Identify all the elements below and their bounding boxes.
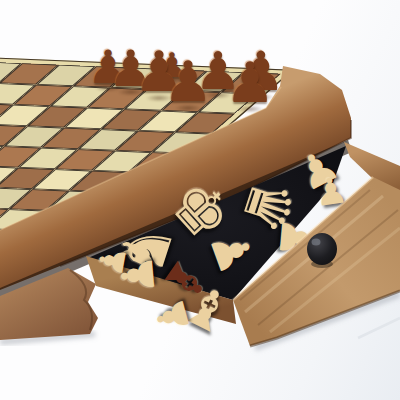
drawer-front-group (0, 0, 400, 400)
chess-box-photo: ♟♟♟♟♟♟♟♟ (0, 0, 400, 400)
